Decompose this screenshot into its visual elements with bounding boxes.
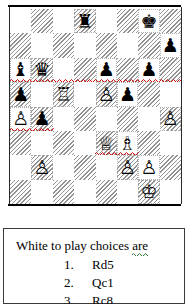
square-a3[interactable] <box>10 131 31 155</box>
squiggle-wave <box>10 78 181 82</box>
square-e8[interactable] <box>96 9 117 33</box>
square-e1[interactable] <box>96 180 117 204</box>
piece-black-pawn-f5: ♟ <box>119 85 136 104</box>
square-f5[interactable]: ♟ <box>117 82 138 106</box>
spellcheck-squiggle-rank6 <box>10 78 181 82</box>
square-g5[interactable] <box>138 82 159 106</box>
choice-move: Qc1 <box>92 275 114 290</box>
square-c5[interactable]: ♖ <box>53 82 74 106</box>
choice-item-2: 2. Qc1 <box>64 275 184 290</box>
piece-black-bishop-a6: ♝ <box>12 60 29 79</box>
square-b8[interactable] <box>31 9 52 33</box>
piece-black-pawn-e6: ♟ <box>98 60 115 79</box>
piece-white-pawn-b2: ♙ <box>34 158 51 177</box>
square-e7[interactable] <box>96 33 117 57</box>
square-c1[interactable] <box>53 180 74 204</box>
square-d7[interactable] <box>74 33 95 57</box>
squiggle-wave <box>95 151 139 155</box>
spellcheck-squiggle-e3f3 <box>95 151 139 155</box>
square-g2[interactable]: ♙ <box>138 155 159 179</box>
square-g8[interactable]: ♚ <box>138 9 159 33</box>
square-h1[interactable] <box>160 180 181 204</box>
square-a2[interactable] <box>10 155 31 179</box>
square-d3[interactable] <box>74 131 95 155</box>
piece-white-bishop-f3: ♗ <box>119 134 136 153</box>
board-right-border <box>181 7 182 204</box>
piece-black-queen-b6: ♛ <box>34 60 51 79</box>
square-b7[interactable] <box>31 33 52 57</box>
square-b3[interactable] <box>31 131 52 155</box>
choice-item-3: 3. Rc8 <box>64 293 184 304</box>
square-c7[interactable] <box>53 33 74 57</box>
piece-white-king-g1: ♔ <box>140 182 157 201</box>
choice-item-1: 1. Rd5 <box>64 257 184 272</box>
square-a8[interactable] <box>10 9 31 33</box>
square-d2[interactable] <box>74 155 95 179</box>
square-c4[interactable] <box>53 107 74 131</box>
square-g4[interactable] <box>138 107 159 131</box>
piece-white-rook-c5: ♖ <box>55 85 72 104</box>
grammar-squiggle <box>132 252 148 256</box>
choice-move: Rd5 <box>92 257 114 272</box>
square-d1[interactable] <box>74 180 95 204</box>
square-d4[interactable] <box>74 107 95 131</box>
square-h5[interactable] <box>160 82 181 106</box>
chess-board: ♜♚♟♝♛♟♟♟♖♙♟♙♟♙♕♗♙♙♙♔ <box>10 9 181 204</box>
piece-white-pawn-e5: ♙ <box>98 85 115 104</box>
grammar-checked-word: are <box>132 238 148 254</box>
square-c3[interactable] <box>53 131 74 155</box>
square-f8[interactable] <box>117 9 138 33</box>
square-f4[interactable] <box>117 107 138 131</box>
square-c8[interactable] <box>53 9 74 33</box>
square-h7[interactable]: ♟ <box>160 33 181 57</box>
piece-white-queen-e3: ♕ <box>98 134 115 153</box>
piece-black-pawn-g6: ♟ <box>140 60 157 79</box>
square-b5[interactable] <box>31 82 52 106</box>
piece-white-pawn-g2: ♙ <box>140 158 157 177</box>
piece-black-pawn-b4: ♟ <box>34 109 51 128</box>
square-f7[interactable] <box>117 33 138 57</box>
square-h8[interactable] <box>160 9 181 33</box>
piece-black-pawn-h7: ♟ <box>162 36 179 55</box>
choices-box: White to play choices are 1. Rd5 2. Qc1 … <box>3 228 185 304</box>
choice-number: 2. <box>64 275 80 290</box>
square-h3[interactable] <box>160 131 181 155</box>
choices-title-text: White to play choices <box>16 238 129 253</box>
piece-white-pawn-h4: ♙ <box>162 109 179 128</box>
square-h4[interactable]: ♙ <box>160 107 181 131</box>
square-e2[interactable] <box>96 155 117 179</box>
piece-white-pawn-f2: ♙ <box>119 158 136 177</box>
board-top-border <box>8 5 181 7</box>
square-d5[interactable] <box>74 82 95 106</box>
square-a5[interactable]: ♟ <box>10 82 31 106</box>
board-bottom-border <box>8 204 181 206</box>
square-g1[interactable]: ♔ <box>138 180 159 204</box>
square-b2[interactable]: ♙ <box>31 155 52 179</box>
square-g7[interactable] <box>138 33 159 57</box>
choice-move: Rc8 <box>92 293 113 304</box>
square-d8[interactable]: ♜ <box>74 9 95 33</box>
square-a7[interactable] <box>10 33 31 57</box>
square-a1[interactable] <box>10 180 31 204</box>
square-b1[interactable] <box>31 180 52 204</box>
piece-black-rook-d8: ♜ <box>76 12 93 31</box>
square-e5[interactable]: ♙ <box>96 82 117 106</box>
piece-black-king-g8: ♚ <box>140 12 157 31</box>
square-f1[interactable] <box>117 180 138 204</box>
choices-title: White to play choices are <box>16 238 184 254</box>
square-c2[interactable] <box>53 155 74 179</box>
choice-number: 1. <box>64 257 80 272</box>
piece-black-pawn-a5: ♟ <box>12 85 29 104</box>
choice-number: 3. <box>64 293 80 304</box>
spellcheck-squiggle-a4b4 <box>10 127 54 131</box>
square-e4[interactable] <box>96 107 117 131</box>
square-g3[interactable] <box>138 131 159 155</box>
squiggle-wave <box>132 252 148 256</box>
square-f2[interactable]: ♙ <box>117 155 138 179</box>
squiggle-wave <box>10 127 54 131</box>
piece-white-pawn-a4: ♙ <box>12 109 29 128</box>
square-h2[interactable] <box>160 155 181 179</box>
